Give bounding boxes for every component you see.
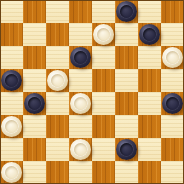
square-c4 <box>46 92 69 115</box>
square-a5[interactable] <box>0 69 23 92</box>
black-man-h4[interactable] <box>162 93 183 114</box>
black-man-a5[interactable] <box>1 70 22 91</box>
square-d5 <box>69 69 92 92</box>
square-a8 <box>0 0 23 23</box>
square-f5 <box>115 69 138 92</box>
square-b8[interactable] <box>23 0 46 23</box>
square-e7[interactable] <box>92 23 115 46</box>
square-g3[interactable] <box>138 115 161 138</box>
square-c5[interactable] <box>46 69 69 92</box>
square-c8 <box>46 0 69 23</box>
white-man-a1[interactable] <box>1 162 22 183</box>
square-d2[interactable] <box>69 138 92 161</box>
square-g2 <box>138 138 161 161</box>
square-e4 <box>92 92 115 115</box>
square-e8 <box>92 0 115 23</box>
checkers-board <box>0 0 184 184</box>
black-man-f2[interactable] <box>116 139 137 160</box>
square-f4[interactable] <box>115 92 138 115</box>
square-h1 <box>161 161 184 184</box>
white-man-c5[interactable] <box>47 70 68 91</box>
black-man-b4[interactable] <box>24 93 45 114</box>
square-e6 <box>92 46 115 69</box>
square-h4[interactable] <box>161 92 184 115</box>
square-a3[interactable] <box>0 115 23 138</box>
white-man-h6[interactable] <box>162 47 183 68</box>
square-h5 <box>161 69 184 92</box>
white-man-a3[interactable] <box>1 116 22 137</box>
square-g5[interactable] <box>138 69 161 92</box>
square-c2 <box>46 138 69 161</box>
square-b4[interactable] <box>23 92 46 115</box>
square-d6[interactable] <box>69 46 92 69</box>
square-f2[interactable] <box>115 138 138 161</box>
square-d7 <box>69 23 92 46</box>
black-man-g7[interactable] <box>139 24 160 45</box>
square-b6[interactable] <box>23 46 46 69</box>
square-c7[interactable] <box>46 23 69 46</box>
black-man-f8[interactable] <box>116 1 137 22</box>
square-d3 <box>69 115 92 138</box>
square-c6 <box>46 46 69 69</box>
square-a6 <box>0 46 23 69</box>
white-man-e7[interactable] <box>93 24 114 45</box>
square-a1[interactable] <box>0 161 23 184</box>
square-e1[interactable] <box>92 161 115 184</box>
square-b7 <box>23 23 46 46</box>
square-d8[interactable] <box>69 0 92 23</box>
square-d4[interactable] <box>69 92 92 115</box>
square-a2 <box>0 138 23 161</box>
square-c3[interactable] <box>46 115 69 138</box>
square-b2[interactable] <box>23 138 46 161</box>
square-f7 <box>115 23 138 46</box>
square-g7[interactable] <box>138 23 161 46</box>
square-h7 <box>161 23 184 46</box>
square-h3 <box>161 115 184 138</box>
square-f3 <box>115 115 138 138</box>
square-h8[interactable] <box>161 0 184 23</box>
square-e5[interactable] <box>92 69 115 92</box>
black-man-d6[interactable] <box>70 47 91 68</box>
square-f6[interactable] <box>115 46 138 69</box>
square-b5 <box>23 69 46 92</box>
square-d1 <box>69 161 92 184</box>
square-a7[interactable] <box>0 23 23 46</box>
square-b1 <box>23 161 46 184</box>
square-b3 <box>23 115 46 138</box>
white-man-d2[interactable] <box>70 139 91 160</box>
square-f1 <box>115 161 138 184</box>
square-c1[interactable] <box>46 161 69 184</box>
square-e2 <box>92 138 115 161</box>
square-f8[interactable] <box>115 0 138 23</box>
square-a4 <box>0 92 23 115</box>
white-man-d4[interactable] <box>70 93 91 114</box>
square-g1[interactable] <box>138 161 161 184</box>
square-h6[interactable] <box>161 46 184 69</box>
square-g6 <box>138 46 161 69</box>
square-g8 <box>138 0 161 23</box>
square-g4 <box>138 92 161 115</box>
square-h2[interactable] <box>161 138 184 161</box>
square-e3[interactable] <box>92 115 115 138</box>
